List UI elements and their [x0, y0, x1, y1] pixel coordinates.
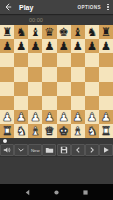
board-square[interactable]: ♜ [0, 25, 14, 39]
black-piece: ♝ [30, 25, 40, 39]
volume-button[interactable] [0, 144, 14, 156]
board-square[interactable]: ♞ [85, 124, 99, 138]
white-piece: ♞ [16, 124, 26, 138]
white-piece: ♟ [2, 110, 12, 124]
black-piece: ♟ [87, 39, 97, 53]
board-square[interactable] [28, 53, 42, 67]
board-square[interactable] [57, 67, 71, 81]
board-square[interactable] [0, 53, 14, 67]
open-button[interactable] [42, 144, 56, 156]
white-piece: ♟ [44, 110, 54, 124]
black-piece: ♟ [58, 39, 68, 53]
board-square[interactable]: ♟ [14, 39, 28, 53]
nav-home-icon[interactable] [53, 189, 60, 196]
board-square[interactable]: ♜ [0, 124, 14, 138]
board-square[interactable] [57, 96, 71, 110]
chevron-left-icon [74, 146, 82, 154]
black-piece: ♟ [30, 39, 40, 53]
board-square[interactable] [0, 96, 14, 110]
android-nav-bar [0, 184, 113, 200]
board-square[interactable] [99, 53, 113, 67]
board-square[interactable] [99, 67, 113, 81]
board-square[interactable]: ♟ [0, 110, 14, 124]
board-square[interactable] [14, 67, 28, 81]
board-square[interactable] [85, 82, 99, 96]
black-piece: ♟ [44, 39, 54, 53]
board-square[interactable] [14, 53, 28, 67]
nav-recents-icon[interactable] [82, 189, 89, 196]
board-square[interactable] [85, 53, 99, 67]
white-piece: ♚ [58, 124, 68, 138]
black-piece: ♜ [2, 25, 12, 39]
black-piece: ♟ [101, 39, 111, 53]
save-button[interactable] [57, 144, 71, 156]
floppy-save-icon [60, 146, 68, 154]
white-piece: ♜ [101, 124, 111, 138]
board-square[interactable]: ♟ [99, 110, 113, 124]
game-clock: 00:00 [29, 17, 43, 23]
nav-back-icon[interactable] [24, 189, 31, 196]
board-square[interactable]: ♜ [99, 25, 113, 39]
white-piece: ♛ [44, 124, 54, 138]
board-square[interactable]: ♚ [57, 124, 71, 138]
black-piece: ♟ [73, 39, 83, 53]
clock-strip: 00:00 [0, 14, 113, 25]
board-square[interactable] [71, 96, 85, 110]
board-square[interactable] [57, 82, 71, 96]
step-forward-button[interactable] [85, 144, 99, 156]
board-square[interactable] [28, 67, 42, 81]
board-square[interactable]: ♝ [28, 25, 42, 39]
white-piece: ♟ [58, 110, 68, 124]
board-square[interactable] [42, 82, 56, 96]
board-square[interactable] [71, 53, 85, 67]
board-square[interactable]: ♚ [57, 25, 71, 39]
chevron-down-icon [17, 146, 25, 154]
folder-open-icon [45, 146, 54, 154]
board-square[interactable]: ♛ [42, 25, 56, 39]
black-piece: ♟ [16, 39, 26, 53]
board-square[interactable]: ♟ [0, 39, 14, 53]
white-to-move-indicator [3, 139, 7, 143]
board-square[interactable] [42, 53, 56, 67]
white-piece: ♞ [87, 124, 97, 138]
white-piece: ♟ [16, 110, 26, 124]
white-piece: ♟ [73, 110, 83, 124]
options-button[interactable]: OPTIONS [78, 5, 101, 10]
board-square[interactable] [57, 53, 71, 67]
kebab-menu-icon[interactable] [105, 2, 111, 12]
white-piece: ♝ [30, 124, 40, 138]
black-piece: ♝ [73, 25, 83, 39]
chevron-right-icon [88, 146, 96, 154]
board-square[interactable] [42, 67, 56, 81]
board-square[interactable] [85, 96, 99, 110]
board-square[interactable]: ♟ [14, 110, 28, 124]
page-title: Play [19, 4, 33, 11]
expand-button[interactable] [14, 144, 28, 156]
new-game-label: New [31, 148, 40, 153]
phone-screen: Play OPTIONS 00:00 ♜♞♝♛♚♝♞♜♟♟♟♟♟♟♟♟♟♟♟♟♟… [0, 0, 113, 200]
chess-board[interactable]: ♜♞♝♛♚♝♞♜♟♟♟♟♟♟♟♟♟♟♟♟♟♟♟♟♜♞♝♛♚♝♞♜ [0, 25, 113, 138]
speaker-icon [3, 146, 11, 154]
board-square[interactable] [14, 82, 28, 96]
white-piece: ♝ [73, 124, 83, 138]
board-square[interactable]: ♟ [71, 110, 85, 124]
board-square[interactable] [14, 96, 28, 110]
black-piece: ♞ [16, 25, 26, 39]
board-square[interactable]: ♞ [85, 25, 99, 39]
board-square[interactable]: ♞ [14, 25, 28, 39]
board-square[interactable] [42, 96, 56, 110]
black-piece: ♚ [58, 25, 68, 39]
autoplay-button[interactable] [99, 144, 113, 156]
game-toolbar: New [0, 144, 113, 157]
board-square[interactable]: ♟ [42, 110, 56, 124]
board-square[interactable]: ♝ [71, 124, 85, 138]
board-square[interactable]: ♟ [28, 110, 42, 124]
white-piece: ♟ [101, 110, 111, 124]
board-square[interactable] [0, 82, 14, 96]
white-piece: ♜ [2, 124, 12, 138]
board-square[interactable]: ♜ [99, 124, 113, 138]
board-square[interactable]: ♟ [57, 110, 71, 124]
board-square[interactable]: ♝ [71, 25, 85, 39]
play-icon [102, 146, 110, 154]
board-square[interactable] [99, 82, 113, 96]
board-square[interactable] [99, 96, 113, 110]
board-square[interactable]: ♟ [85, 110, 99, 124]
new-game-button[interactable]: New [28, 144, 42, 156]
empty-area [0, 157, 113, 184]
board-square[interactable]: ♟ [85, 39, 99, 53]
black-piece: ♛ [44, 25, 54, 39]
arrow-left-icon[interactable] [3, 2, 13, 12]
app-bar: Play OPTIONS [0, 0, 113, 14]
black-piece: ♜ [101, 25, 111, 39]
white-piece: ♟ [87, 110, 97, 124]
board-square[interactable] [71, 82, 85, 96]
board-square[interactable]: ♟ [42, 39, 56, 53]
board-square[interactable]: ♝ [28, 124, 42, 138]
board-square[interactable] [0, 67, 14, 81]
board-square[interactable] [71, 67, 85, 81]
board-square[interactable] [85, 67, 99, 81]
black-piece: ♞ [87, 25, 97, 39]
board-square[interactable]: ♟ [99, 39, 113, 53]
board-square[interactable]: ♟ [57, 39, 71, 53]
board-square[interactable]: ♞ [14, 124, 28, 138]
white-piece: ♟ [30, 110, 40, 124]
black-piece: ♟ [2, 39, 12, 53]
step-back-button[interactable] [71, 144, 85, 156]
board-square[interactable]: ♛ [42, 124, 56, 138]
board-square[interactable]: ♟ [71, 39, 85, 53]
board-square[interactable] [28, 82, 42, 96]
board-square[interactable]: ♟ [28, 39, 42, 53]
board-square[interactable] [28, 96, 42, 110]
